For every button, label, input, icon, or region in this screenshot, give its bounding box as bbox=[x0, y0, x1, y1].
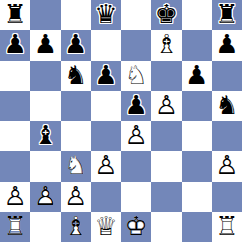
black-queen-glyph-fill: ♛ bbox=[91, 0, 121, 29]
square-d2[interactable] bbox=[91, 182, 121, 212]
square-b6[interactable] bbox=[30, 61, 60, 91]
white-pawn-icon[interactable]: ♟♙ bbox=[30, 182, 60, 212]
square-e7[interactable] bbox=[121, 30, 151, 60]
square-f1[interactable] bbox=[151, 212, 181, 242]
square-g2[interactable] bbox=[182, 182, 212, 212]
square-e1[interactable]: ♚♔ bbox=[121, 212, 151, 242]
white-rook-glyph-outline: ♖ bbox=[0, 212, 30, 241]
square-c3[interactable]: ♞♘ bbox=[61, 151, 91, 181]
square-d7[interactable] bbox=[91, 30, 121, 60]
square-c5[interactable] bbox=[61, 91, 91, 121]
square-e6[interactable]: ♞♘ bbox=[121, 61, 151, 91]
black-pawn-glyph-fill: ♟ bbox=[182, 61, 212, 90]
square-d5[interactable] bbox=[91, 91, 121, 121]
chess-board: ♜♛♚♜♟♟♟♝♗♟♞♟♞♘♟♟♟♙♞♝♟♙♞♘♟♙♟♙♟♙♟♙♟♙♜♖♝♗♛♕… bbox=[0, 0, 242, 242]
black-pawn-glyph-fill: ♟ bbox=[91, 61, 121, 90]
black-rook-icon[interactable]: ♜ bbox=[0, 0, 30, 30]
square-g7[interactable] bbox=[182, 30, 212, 60]
black-rook-icon[interactable]: ♜ bbox=[212, 0, 242, 30]
square-f2[interactable] bbox=[151, 182, 181, 212]
square-a6[interactable] bbox=[0, 61, 30, 91]
square-h2[interactable] bbox=[212, 182, 242, 212]
black-knight-glyph-fill: ♞ bbox=[61, 61, 91, 90]
square-c4[interactable] bbox=[61, 121, 91, 151]
black-bishop-icon[interactable]: ♝ bbox=[30, 121, 60, 151]
square-b3[interactable] bbox=[30, 151, 60, 181]
square-e4[interactable]: ♟♙ bbox=[121, 121, 151, 151]
square-d8[interactable]: ♛ bbox=[91, 0, 121, 30]
black-rook-glyph-fill: ♜ bbox=[0, 0, 30, 29]
square-a4[interactable] bbox=[0, 121, 30, 151]
square-c7[interactable]: ♟ bbox=[61, 30, 91, 60]
white-rook-glyph-outline: ♖ bbox=[212, 212, 242, 241]
square-d6[interactable]: ♟ bbox=[91, 61, 121, 91]
white-pawn-icon[interactable]: ♟♙ bbox=[91, 151, 121, 181]
black-bishop-glyph-fill: ♝ bbox=[30, 121, 60, 150]
white-king-icon[interactable]: ♚♔ bbox=[121, 212, 151, 242]
black-knight-icon[interactable]: ♞ bbox=[212, 91, 242, 121]
black-king-icon[interactable]: ♚ bbox=[151, 0, 181, 30]
white-queen-glyph-outline: ♕ bbox=[91, 212, 121, 241]
black-pawn-glyph-fill: ♟ bbox=[212, 30, 242, 59]
square-b4[interactable]: ♝ bbox=[30, 121, 60, 151]
white-knight-glyph-outline: ♘ bbox=[121, 61, 151, 90]
square-b8[interactable] bbox=[30, 0, 60, 30]
square-a3[interactable] bbox=[0, 151, 30, 181]
black-pawn-icon[interactable]: ♟ bbox=[0, 30, 30, 60]
square-f8[interactable]: ♚ bbox=[151, 0, 181, 30]
square-h5[interactable]: ♞ bbox=[212, 91, 242, 121]
square-d3[interactable]: ♟♙ bbox=[91, 151, 121, 181]
square-f3[interactable] bbox=[151, 151, 181, 181]
square-g5[interactable] bbox=[182, 91, 212, 121]
white-pawn-glyph-outline: ♙ bbox=[121, 121, 151, 150]
square-h3[interactable]: ♟♙ bbox=[212, 151, 242, 181]
square-e5[interactable]: ♟ bbox=[121, 91, 151, 121]
black-pawn-glyph-fill: ♟ bbox=[30, 30, 60, 59]
square-h6[interactable] bbox=[212, 61, 242, 91]
square-b7[interactable]: ♟ bbox=[30, 30, 60, 60]
square-h1[interactable]: ♜♖ bbox=[212, 212, 242, 242]
black-pawn-glyph-fill: ♟ bbox=[0, 30, 30, 59]
white-knight-icon[interactable]: ♞♘ bbox=[61, 151, 91, 181]
black-queen-icon[interactable]: ♛ bbox=[91, 0, 121, 30]
square-f4[interactable] bbox=[151, 121, 181, 151]
square-a8[interactable]: ♜ bbox=[0, 0, 30, 30]
black-pawn-glyph-fill: ♟ bbox=[121, 91, 151, 120]
square-b5[interactable] bbox=[30, 91, 60, 121]
white-queen-icon[interactable]: ♛♕ bbox=[91, 212, 121, 242]
white-rook-icon[interactable]: ♜♖ bbox=[212, 212, 242, 242]
black-pawn-icon[interactable]: ♟ bbox=[91, 61, 121, 91]
square-e2[interactable] bbox=[121, 182, 151, 212]
square-b1[interactable] bbox=[30, 212, 60, 242]
square-a7[interactable]: ♟ bbox=[0, 30, 30, 60]
square-b2[interactable]: ♟♙ bbox=[30, 182, 60, 212]
square-f5[interactable]: ♟♙ bbox=[151, 91, 181, 121]
black-king-glyph-fill: ♚ bbox=[151, 0, 181, 29]
square-a2[interactable]: ♟♙ bbox=[0, 182, 30, 212]
square-a1[interactable]: ♜♖ bbox=[0, 212, 30, 242]
square-c8[interactable] bbox=[61, 0, 91, 30]
square-h4[interactable] bbox=[212, 121, 242, 151]
square-d4[interactable] bbox=[91, 121, 121, 151]
white-pawn-icon[interactable]: ♟♙ bbox=[212, 151, 242, 181]
square-g3[interactable] bbox=[182, 151, 212, 181]
black-pawn-icon[interactable]: ♟ bbox=[121, 91, 151, 121]
white-bishop-icon[interactable]: ♝♗ bbox=[151, 30, 181, 60]
black-pawn-icon[interactable]: ♟ bbox=[61, 30, 91, 60]
white-king-glyph-outline: ♔ bbox=[121, 212, 151, 241]
white-pawn-icon[interactable]: ♟♙ bbox=[121, 121, 151, 151]
black-pawn-icon[interactable]: ♟ bbox=[212, 30, 242, 60]
black-pawn-icon[interactable]: ♟ bbox=[182, 61, 212, 91]
square-f6[interactable] bbox=[151, 61, 181, 91]
square-g1[interactable] bbox=[182, 212, 212, 242]
white-knight-glyph-outline: ♘ bbox=[61, 151, 91, 180]
white-pawn-glyph-outline: ♙ bbox=[61, 182, 91, 211]
black-knight-glyph-fill: ♞ bbox=[212, 91, 242, 120]
black-pawn-glyph-fill: ♟ bbox=[61, 30, 91, 59]
white-pawn-icon[interactable]: ♟♙ bbox=[0, 182, 30, 212]
square-c2[interactable]: ♟♙ bbox=[61, 182, 91, 212]
white-pawn-glyph-outline: ♙ bbox=[30, 182, 60, 211]
square-h8[interactable]: ♜ bbox=[212, 0, 242, 30]
white-knight-icon[interactable]: ♞♘ bbox=[121, 61, 151, 91]
white-pawn-glyph-outline: ♙ bbox=[0, 182, 30, 211]
white-pawn-glyph-outline: ♙ bbox=[91, 151, 121, 180]
white-pawn-glyph-outline: ♙ bbox=[151, 91, 181, 120]
square-g4[interactable] bbox=[182, 121, 212, 151]
square-e8[interactable] bbox=[121, 0, 151, 30]
black-knight-icon[interactable]: ♞ bbox=[61, 61, 91, 91]
white-bishop-glyph-outline: ♗ bbox=[151, 30, 181, 59]
square-d1[interactable]: ♛♕ bbox=[91, 212, 121, 242]
white-bishop-glyph-outline: ♗ bbox=[61, 212, 91, 241]
white-pawn-icon[interactable]: ♟♙ bbox=[151, 91, 181, 121]
square-c1[interactable]: ♝♗ bbox=[61, 212, 91, 242]
square-g8[interactable] bbox=[182, 0, 212, 30]
square-c6[interactable]: ♞ bbox=[61, 61, 91, 91]
square-a5[interactable] bbox=[0, 91, 30, 121]
white-pawn-glyph-outline: ♙ bbox=[212, 151, 242, 180]
square-f7[interactable]: ♝♗ bbox=[151, 30, 181, 60]
square-g6[interactable]: ♟ bbox=[182, 61, 212, 91]
white-pawn-icon[interactable]: ♟♙ bbox=[61, 182, 91, 212]
black-rook-glyph-fill: ♜ bbox=[212, 0, 242, 29]
white-bishop-icon[interactable]: ♝♗ bbox=[61, 212, 91, 242]
square-e3[interactable] bbox=[121, 151, 151, 181]
black-pawn-icon[interactable]: ♟ bbox=[30, 30, 60, 60]
white-rook-icon[interactable]: ♜♖ bbox=[0, 212, 30, 242]
square-h7[interactable]: ♟ bbox=[212, 30, 242, 60]
